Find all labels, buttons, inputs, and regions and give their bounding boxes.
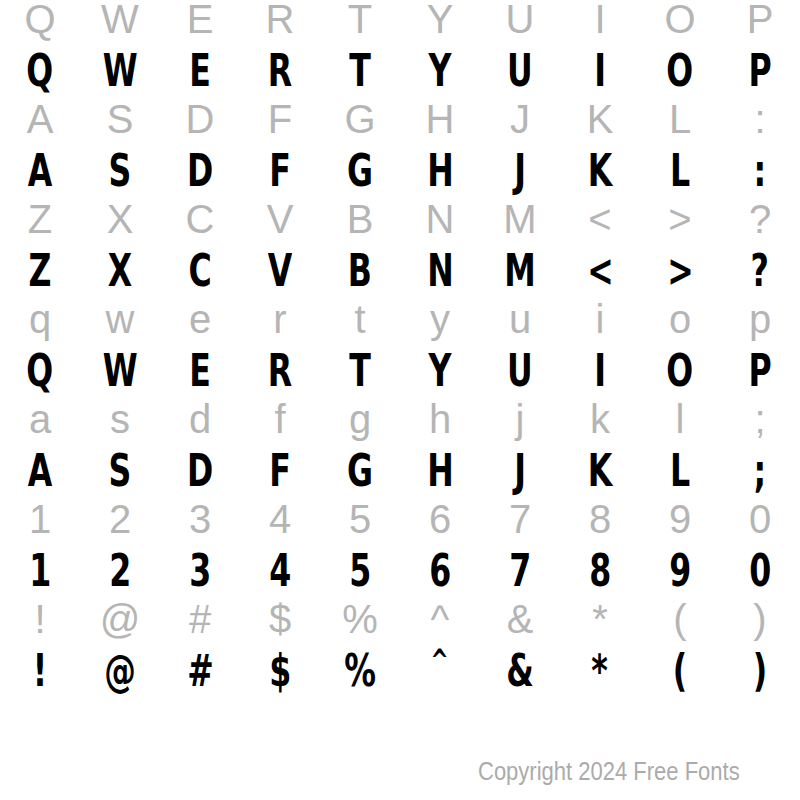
char-cell: 3 <box>189 550 211 592</box>
char-cell: l <box>676 400 685 438</box>
char-cell: G <box>347 450 373 492</box>
char-cell: 0 <box>749 500 771 538</box>
char-cell: 9 <box>669 550 691 592</box>
char-cell: C <box>188 250 211 292</box>
specimen-row: QWERTYUIOP <box>0 50 800 100</box>
char-cell: O <box>667 50 694 92</box>
char-cell: # <box>189 600 211 638</box>
char-cell: K <box>588 450 613 492</box>
char-cell: $ <box>269 600 291 638</box>
char-cell: P <box>748 50 771 92</box>
char-cell: < <box>588 200 611 238</box>
char-cell: > <box>667 250 694 292</box>
char-cell: D <box>186 100 215 138</box>
char-cell: 2 <box>109 550 131 592</box>
specimen-row: !@#$%^&*() <box>0 650 800 700</box>
char-cell: & <box>507 600 534 638</box>
char-cell: J <box>510 100 530 138</box>
char-cell: 5 <box>349 500 371 538</box>
char-cell: & <box>506 650 534 692</box>
char-cell: O <box>667 350 694 392</box>
reference-row: ZXCVBNM<>? <box>0 200 800 250</box>
char-cell: J <box>514 450 526 492</box>
char-cell: H <box>427 150 454 192</box>
char-cell: N <box>426 200 455 238</box>
char-cell: y <box>430 300 450 338</box>
char-cell: E <box>189 350 211 392</box>
char-cell: U <box>506 0 535 38</box>
char-cell: s <box>110 400 130 438</box>
reference-row: asdfghjkl; <box>0 400 800 450</box>
char-cell: ( <box>673 600 686 638</box>
char-cell: Y <box>427 0 454 38</box>
char-cell: W <box>103 350 138 392</box>
char-cell: 7 <box>509 500 531 538</box>
char-cell: R <box>268 350 292 392</box>
char-cell: % <box>342 600 378 638</box>
char-cell: L <box>670 450 690 492</box>
char-cell: U <box>507 50 533 92</box>
char-cell: C <box>186 200 215 238</box>
char-cell: 3 <box>189 500 211 538</box>
char-cell: S <box>109 450 132 492</box>
char-cell: 2 <box>109 500 131 538</box>
specimen-row: 1234567890 <box>0 550 800 600</box>
char-cell: M <box>504 250 536 292</box>
char-cell: * <box>592 600 608 638</box>
char-cell: * <box>592 650 609 692</box>
char-cell: N <box>427 250 454 292</box>
char-cell: 5 <box>349 550 371 592</box>
char-cell: f <box>274 400 285 438</box>
char-cell: ) <box>753 600 766 638</box>
char-cell: S <box>107 100 134 138</box>
specimen-row: QWERTYUIOP <box>0 350 800 400</box>
char-cell: W <box>101 0 139 38</box>
char-cell: 0 <box>749 550 771 592</box>
char-cell: g <box>349 400 371 438</box>
char-cell: T <box>349 50 371 92</box>
char-cell: ! <box>34 600 45 638</box>
char-cell: J <box>514 150 526 192</box>
char-cell: T <box>348 0 372 38</box>
char-cell: A <box>28 450 53 492</box>
char-cell: A <box>27 100 54 138</box>
char-cell: o <box>669 300 691 338</box>
char-cell: ^ <box>431 640 449 682</box>
char-cell: Y <box>429 350 452 392</box>
char-cell: M <box>503 200 536 238</box>
char-cell: F <box>269 450 291 492</box>
char-cell: Q <box>24 0 55 38</box>
char-cell: O <box>664 0 695 38</box>
char-cell: A <box>28 150 53 192</box>
specimen-row: ASDFGHJKL; <box>0 450 800 500</box>
char-cell: d <box>189 400 211 438</box>
char-cell: B <box>348 250 372 292</box>
char-cell: 8 <box>589 550 611 592</box>
char-cell: 8 <box>589 500 611 538</box>
char-cell: H <box>427 450 454 492</box>
char-cell: K <box>588 150 613 192</box>
char-cell: Q <box>27 350 54 392</box>
char-cell: Y <box>429 50 452 92</box>
reference-row: ASDFGHJKL: <box>0 100 800 150</box>
char-cell: h <box>429 400 451 438</box>
char-cell: @ <box>100 600 141 638</box>
char-cell: % <box>344 650 376 692</box>
char-cell: < <box>587 250 614 292</box>
character-map-grid: QWERTYUIOPQWERTYUIOPASDFGHJKL:ASDFGHJKL:… <box>0 0 800 700</box>
char-cell: T <box>349 350 371 392</box>
char-cell: R <box>266 0 295 38</box>
char-cell: ; <box>754 400 765 438</box>
char-cell: I <box>594 0 605 38</box>
char-cell: W <box>103 50 138 92</box>
char-cell: V <box>267 200 294 238</box>
char-cell: D <box>187 450 213 492</box>
char-cell: U <box>507 350 533 392</box>
char-cell: 6 <box>429 550 451 592</box>
char-cell: I <box>594 50 606 92</box>
char-cell: R <box>268 50 292 92</box>
reference-row: QWERTYUIOP <box>0 0 800 50</box>
char-cell: Z <box>28 200 52 238</box>
char-cell: P <box>747 0 774 38</box>
specimen-row: ZXCVBNM<>? <box>0 250 800 300</box>
char-cell: p <box>749 300 771 338</box>
char-cell: Z <box>29 250 52 292</box>
char-cell: > <box>668 200 691 238</box>
char-cell: G <box>347 150 373 192</box>
char-cell: ? <box>749 200 771 238</box>
char-cell: k <box>590 400 610 438</box>
char-cell: ! <box>33 650 47 692</box>
char-cell: F <box>268 100 292 138</box>
char-cell: 4 <box>269 500 291 538</box>
char-cell: I <box>594 350 606 392</box>
char-cell: L <box>669 100 691 138</box>
char-cell: E <box>187 0 214 38</box>
font-specimen-page: QWERTYUIOPQWERTYUIOPASDFGHJKL:ASDFGHJKL:… <box>0 0 800 800</box>
char-cell: L <box>670 150 690 192</box>
char-cell: e <box>189 300 211 338</box>
char-cell: F <box>269 150 291 192</box>
char-cell: # <box>187 650 214 692</box>
char-cell: : <box>754 150 767 192</box>
char-cell: a <box>29 400 51 438</box>
char-cell: B <box>347 200 374 238</box>
char-cell: 6 <box>429 500 451 538</box>
char-cell: Q <box>27 50 54 92</box>
char-cell: G <box>344 100 375 138</box>
char-cell: ; <box>754 450 767 492</box>
char-cell: 1 <box>29 550 51 592</box>
char-cell: ? <box>751 250 769 292</box>
char-cell: S <box>109 150 132 192</box>
char-cell: r <box>273 300 286 338</box>
char-cell: : <box>754 100 765 138</box>
char-cell: 7 <box>509 550 531 592</box>
reference-row: 1234567890 <box>0 500 800 550</box>
char-cell: 4 <box>269 550 291 592</box>
char-cell: t <box>354 300 365 338</box>
char-cell: i <box>596 300 605 338</box>
char-cell: P <box>748 350 771 392</box>
char-cell: @ <box>104 650 136 692</box>
char-cell: ( <box>673 650 687 692</box>
char-cell: u <box>509 300 531 338</box>
char-cell: 9 <box>669 500 691 538</box>
char-cell: w <box>106 300 135 338</box>
char-cell: K <box>587 100 614 138</box>
char-cell: X <box>107 200 134 238</box>
reference-row: !@#$%^&*() <box>0 600 800 650</box>
char-cell: H <box>426 100 455 138</box>
char-cell: 1 <box>29 500 51 538</box>
char-cell: j <box>516 400 525 438</box>
char-cell: V <box>268 250 293 292</box>
char-cell: E <box>189 50 211 92</box>
char-cell: q <box>29 300 51 338</box>
char-cell: ) <box>753 650 767 692</box>
reference-row: qwertyuiop <box>0 300 800 350</box>
char-cell: $ <box>269 650 291 692</box>
char-cell: D <box>187 150 213 192</box>
copyright-text: Copyright 2024 Free Fonts <box>478 757 740 786</box>
char-cell: X <box>108 250 132 292</box>
specimen-row: ASDFGHJKL: <box>0 150 800 200</box>
char-cell: ^ <box>431 600 450 638</box>
